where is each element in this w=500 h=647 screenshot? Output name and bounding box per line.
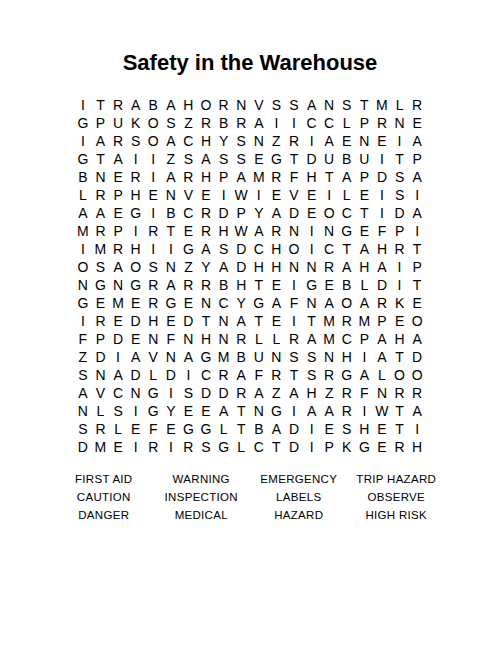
grid-cell-r18c18: W [373,402,391,420]
grid-cell-r14c9: N [215,330,233,348]
grid-cell-r3c18: E [373,132,391,150]
grid-cell-r11c19: I [391,276,409,294]
grid-cell-r4c11: E [250,150,268,168]
grid-cell-r1c14: A [303,96,321,114]
grid-cell-r14c17: P [356,330,374,348]
grid-cell-r5c20: A [408,168,426,186]
grid-cell-r17c9: D [215,384,233,402]
grid-cell-r12c10: Y [232,294,250,312]
grid-cell-r5c11: M [250,168,268,186]
grid-cell-r7c18: I [373,204,391,222]
grid-cell-r20c7: R [180,438,198,456]
grid-cell-r1c8: O [197,96,215,114]
grid-cell-r8c6: T [162,222,180,240]
grid-cell-r20c3: E [109,438,127,456]
grid-cell-r10c4: O [127,258,145,276]
grid-cell-r14c12: L [268,330,286,348]
grid-cell-r20c20: H [408,438,426,456]
grid-cell-r19c3: L [109,420,127,438]
grid-cell-r10c6: N [162,258,180,276]
grid-cell-r4c17: U [356,150,374,168]
grid-cell-r20c1: D [74,438,92,456]
grid-cell-r6c15: I [320,186,338,204]
grid-cell-r18c16: R [338,402,356,420]
grid-cell-r7c7: C [180,204,198,222]
grid-cell-r3c2: A [92,132,110,150]
word-list-item-danger: DANGER [55,506,153,524]
grid-cell-r13c15: M [320,312,338,330]
grid-cell-r15c19: T [391,348,409,366]
grid-cell-r5c13: F [285,168,303,186]
grid-cell-r20c4: I [127,438,145,456]
grid-cell-r16c3: A [109,366,127,384]
grid-cell-r2c13: I [285,114,303,132]
grid-cell-r18c19: T [391,402,409,420]
grid-cell-r2c7: Z [180,114,198,132]
grid-cell-r13c5: H [144,312,162,330]
grid-cell-r8c7: E [180,222,198,240]
grid-cell-r17c3: C [109,384,127,402]
grid-cell-r15c3: I [109,348,127,366]
grid-cell-r3c17: N [356,132,374,150]
word-list-item-hazard: HAZARD [250,506,348,524]
grid-cell-r17c16: R [338,384,356,402]
grid-cell-r16c20: O [408,366,426,384]
grid-cell-r1c15: N [320,96,338,114]
grid-cell-r10c15: R [320,258,338,276]
grid-cell-r19c15: E [320,420,338,438]
grid-cell-r15c5: V [144,348,162,366]
grid-cell-r17c19: R [391,384,409,402]
grid-cell-r11c6: A [162,276,180,294]
grid-cell-r13c2: R [92,312,110,330]
grid-cell-r1c1: I [74,96,92,114]
grid-cell-r1c19: L [391,96,409,114]
grid-cell-r13c10: A [232,312,250,330]
grid-cell-r18c12: G [268,402,286,420]
grid-cell-r16c5: L [144,366,162,384]
grid-cell-r19c11: B [250,420,268,438]
grid-cell-r1c16: S [338,96,356,114]
grid-cell-r8c8: R [197,222,215,240]
grid-cell-r12c5: R [144,294,162,312]
grid-cell-r13c6: E [162,312,180,330]
grid-cell-r18c7: E [180,402,198,420]
grid-cell-r12c6: G [162,294,180,312]
grid-cell-r9c1: I [74,240,92,258]
grid-cell-r14c4: E [127,330,145,348]
grid-cell-r11c12: E [268,276,286,294]
grid-cell-r5c16: A [338,168,356,186]
grid-cell-r19c17: H [356,420,374,438]
grid-cell-r11c8: R [197,276,215,294]
grid-cell-r19c1: S [74,420,92,438]
grid-cell-r16c14: S [303,366,321,384]
grid-cell-r7c1: A [74,204,92,222]
grid-cell-r11c10: H [232,276,250,294]
grid-cell-r11c14: G [303,276,321,294]
grid-cell-r15c16: H [338,348,356,366]
grid-cell-r7c19: D [391,204,409,222]
grid-cell-r7c4: G [127,204,145,222]
grid-cell-r12c9: C [215,294,233,312]
grid-cell-r3c3: R [109,132,127,150]
grid-cell-r10c13: N [285,258,303,276]
grid-cell-r18c15: A [320,402,338,420]
grid-cell-r10c10: D [232,258,250,276]
grid-cell-r16c8: C [197,366,215,384]
grid-cell-r5c7: R [180,168,198,186]
grid-cell-r3c14: I [303,132,321,150]
word-list: FIRST AIDWARNINGEMERGENCYTRIP HAZARDCAUT… [55,470,445,524]
grid-cell-r4c2: T [92,150,110,168]
grid-cell-r4c8: A [197,150,215,168]
grid-cell-r14c3: D [109,330,127,348]
grid-cell-r14c6: F [162,330,180,348]
grid-cell-r18c8: E [197,402,215,420]
grid-cell-r12c16: O [338,294,356,312]
grid-cell-r8c12: R [268,222,286,240]
grid-cell-r7c9: D [215,204,233,222]
grid-cell-r20c8: S [197,438,215,456]
grid-cell-r14c14: A [303,330,321,348]
grid-cell-r14c16: C [338,330,356,348]
grid-cell-r2c16: L [338,114,356,132]
grid-cell-r11c16: B [338,276,356,294]
grid-cell-r2c20: E [408,114,426,132]
grid-cell-r1c5: B [144,96,162,114]
grid-cell-r14c2: P [92,330,110,348]
grid-cell-r16c15: R [320,366,338,384]
grid-cell-r2c5: O [144,114,162,132]
grid-cell-r14c13: R [285,330,303,348]
word-list-item-observe: OBSERVE [348,488,446,506]
grid-cell-r19c13: D [285,420,303,438]
grid-cell-r15c13: S [285,348,303,366]
grid-cell-r8c3: P [109,222,127,240]
grid-cell-r12c19: K [391,294,409,312]
word-list-item-caution: CAUTION [55,488,153,506]
grid-cell-r11c2: G [92,276,110,294]
grid-cell-r11c15: E [320,276,338,294]
grid-cell-r1c17: T [356,96,374,114]
grid-cell-r9c11: C [250,240,268,258]
grid-cell-r11c1: N [74,276,92,294]
grid-cell-r18c1: N [74,402,92,420]
grid-cell-r12c12: A [268,294,286,312]
grid-cell-r9c7: G [180,240,198,258]
grid-cell-r19c16: S [338,420,356,438]
grid-cell-r8c17: E [356,222,374,240]
grid-cell-r14c10: R [232,330,250,348]
grid-cell-r2c17: P [356,114,374,132]
grid-cell-r8c5: R [144,222,162,240]
grid-cell-r13c11: T [250,312,268,330]
grid-cell-r2c8: R [197,114,215,132]
grid-cell-r13c13: I [285,312,303,330]
grid-cell-r20c13: D [285,438,303,456]
grid-cell-r8c9: H [215,222,233,240]
grid-cell-r13c17: M [356,312,374,330]
grid-cell-r5c5: I [144,168,162,186]
grid-cell-r19c9: L [215,420,233,438]
grid-cell-r15c7: A [180,348,198,366]
grid-cell-r6c20: I [408,186,426,204]
grid-cell-r3c9: Y [215,132,233,150]
grid-cell-r17c5: G [144,384,162,402]
grid-cell-r10c8: Y [197,258,215,276]
grid-cell-r19c2: R [92,420,110,438]
grid-cell-r10c18: A [373,258,391,276]
grid-cell-r20c15: P [320,438,338,456]
grid-cell-r5c1: B [74,168,92,186]
grid-cell-r6c18: I [373,186,391,204]
word-list-item-warning: WARNING [153,470,251,488]
grid-cell-r15c20: D [408,348,426,366]
word-list-item-trip-hazard: TRIP HAZARD [348,470,446,488]
grid-cell-r5c19: S [391,168,409,186]
grid-cell-r3c6: A [162,132,180,150]
grid-cell-r17c14: H [303,384,321,402]
grid-cell-r18c14: A [303,402,321,420]
grid-cell-r11c13: I [285,276,303,294]
grid-cell-r6c14: E [303,186,321,204]
grid-cell-r11c20: T [408,276,426,294]
grid-cell-r13c4: D [127,312,145,330]
grid-cell-r19c19: T [391,420,409,438]
grid-cell-r20c2: M [92,438,110,456]
grid-cell-r15c4: A [127,348,145,366]
grid-cell-r14c5: N [144,330,162,348]
grid-cell-r18c13: I [285,402,303,420]
grid-cell-r5c2: N [92,168,110,186]
grid-cell-r19c8: G [197,420,215,438]
grid-cell-r13c9: N [215,312,233,330]
grid-cell-r9c20: T [408,240,426,258]
grid-cell-r3c8: H [197,132,215,150]
grid-cell-r11c9: B [215,276,233,294]
grid-cell-r3c5: O [144,132,162,150]
grid-cell-r17c11: A [250,384,268,402]
grid-cell-r7c13: D [285,204,303,222]
word-list-item-emergency: EMERGENCY [250,470,348,488]
grid-cell-r17c13: A [285,384,303,402]
grid-cell-r10c1: O [74,258,92,276]
grid-cell-r1c12: S [268,96,286,114]
grid-cell-r15c1: Z [74,348,92,366]
grid-cell-r11c5: R [144,276,162,294]
grid-cell-r6c8: E [197,186,215,204]
grid-cell-r6c1: L [74,186,92,204]
word-list-item-first-aid: FIRST AID [55,470,153,488]
grid-cell-r20c14: I [303,438,321,456]
grid-cell-r20c9: G [215,438,233,456]
grid-cell-r8c16: G [338,222,356,240]
grid-cell-r11c7: R [180,276,198,294]
grid-cell-r20c12: T [268,438,286,456]
grid-cell-r5c17: P [356,168,374,186]
grid-cell-r4c16: B [338,150,356,168]
grid-cell-r16c1: S [74,366,92,384]
grid-cell-r16c9: R [215,366,233,384]
grid-cell-r6c10: W [232,186,250,204]
grid-cell-r20c18: E [373,438,391,456]
grid-cell-r6c12: E [268,186,286,204]
grid-cell-r15c12: N [268,348,286,366]
grid-cell-r4c9: S [215,150,233,168]
grid-cell-r16c2: N [92,366,110,384]
grid-cell-r18c5: G [144,402,162,420]
grid-cell-r18c17: I [356,402,374,420]
grid-cell-r20c16: K [338,438,356,456]
grid-cell-r7c17: T [356,204,374,222]
grid-cell-r5c3: E [109,168,127,186]
grid-cell-r2c10: R [232,114,250,132]
grid-cell-r16c17: A [356,366,374,384]
grid-cell-r2c14: C [303,114,321,132]
grid-cell-r17c1: A [74,384,92,402]
grid-cell-r14c1: F [74,330,92,348]
grid-cell-r8c18: F [373,222,391,240]
grid-cell-r8c11: A [250,222,268,240]
grid-cell-r5c9: P [215,168,233,186]
grid-cell-r14c8: H [197,330,215,348]
grid-cell-r17c12: Z [268,384,286,402]
grid-cell-r17c17: F [356,384,374,402]
grid-cell-r1c3: R [109,96,127,114]
grid-cell-r6c7: V [180,186,198,204]
grid-cell-r8c10: W [232,222,250,240]
grid-cell-r8c15: N [320,222,338,240]
grid-cell-r1c6: A [162,96,180,114]
grid-cell-r10c2: S [92,258,110,276]
grid-cell-r7c3: E [109,204,127,222]
grid-cell-r6c5: E [144,186,162,204]
grid-cell-r19c6: E [162,420,180,438]
grid-cell-r15c18: A [373,348,391,366]
grid-cell-r5c14: H [303,168,321,186]
grid-cell-r16c18: L [373,366,391,384]
grid-cell-r16c10: A [232,366,250,384]
grid-cell-r7c12: A [268,204,286,222]
grid-cell-r6c3: P [109,186,127,204]
grid-cell-r10c5: S [144,258,162,276]
grid-cell-r8c1: M [74,222,92,240]
grid-cell-r16c19: O [391,366,409,384]
grid-cell-r15c15: N [320,348,338,366]
grid-cell-r5c18: D [373,168,391,186]
grid-cell-r19c5: F [144,420,162,438]
grid-cell-r13c18: P [373,312,391,330]
grid-cell-r13c8: T [197,312,215,330]
grid-cell-r14c15: M [320,330,338,348]
grid-cell-r5c4: R [127,168,145,186]
grid-cell-r4c4: I [127,150,145,168]
word-search-grid: ITRABAHORNVSSANSTMLRGPUKOSZRBRAIICCLPRNE… [74,96,426,456]
grid-cell-r1c13: S [285,96,303,114]
grid-cell-r2c2: P [92,114,110,132]
grid-cell-r3c20: A [408,132,426,150]
grid-cell-r5c12: R [268,168,286,186]
grid-cell-r12c3: M [109,294,127,312]
grid-cell-r10c11: H [250,258,268,276]
grid-cell-r1c4: A [127,96,145,114]
grid-cell-r9c4: H [127,240,145,258]
grid-cell-r3c15: A [320,132,338,150]
word-list-item-labels: LABELS [250,488,348,506]
grid-cell-r6c11: I [250,186,268,204]
grid-cell-r13c14: T [303,312,321,330]
grid-cell-r20c10: L [232,438,250,456]
grid-cell-r15c2: D [92,348,110,366]
grid-cell-r6c17: E [356,186,374,204]
grid-cell-r2c3: U [109,114,127,132]
grid-cell-r9c16: T [338,240,356,258]
grid-cell-r17c6: I [162,384,180,402]
grid-cell-r3c11: N [250,132,268,150]
grid-cell-r16c6: D [162,366,180,384]
grid-cell-r4c13: T [285,150,303,168]
grid-cell-r8c19: P [391,222,409,240]
grid-cell-r3c12: Z [268,132,286,150]
grid-cell-r13c19: E [391,312,409,330]
grid-cell-r9c13: O [285,240,303,258]
grid-cell-r18c9: A [215,402,233,420]
grid-cell-r10c20: P [408,258,426,276]
grid-cell-r20c11: C [250,438,268,456]
grid-cell-r6c13: V [285,186,303,204]
grid-cell-r15c9: M [215,348,233,366]
grid-cell-r5c8: H [197,168,215,186]
grid-cell-r17c18: N [373,384,391,402]
word-list-item-medical: MEDICAL [153,506,251,524]
grid-cell-r3c7: C [180,132,198,150]
grid-cell-r16c16: G [338,366,356,384]
grid-cell-r12c11: G [250,294,268,312]
grid-cell-r18c6: Y [162,402,180,420]
grid-cell-r19c7: G [180,420,198,438]
grid-cell-r17c8: D [197,384,215,402]
grid-cell-r18c20: A [408,402,426,420]
grid-cell-r16c11: F [250,366,268,384]
grid-cell-r9c10: D [232,240,250,258]
grid-cell-r10c3: A [109,258,127,276]
grid-cell-r2c15: C [320,114,338,132]
grid-cell-r9c14: I [303,240,321,258]
grid-cell-r16c4: D [127,366,145,384]
grid-cell-r12c17: A [356,294,374,312]
grid-cell-r2c11: A [250,114,268,132]
grid-cell-r9c3: R [109,240,127,258]
grid-cell-r11c4: G [127,276,145,294]
grid-cell-r5c15: T [320,168,338,186]
grid-cell-r10c19: I [391,258,409,276]
grid-cell-r17c20: R [408,384,426,402]
grid-cell-r6c19: S [391,186,409,204]
grid-cell-r17c4: N [127,384,145,402]
grid-cell-r1c10: N [232,96,250,114]
grid-cell-r17c7: S [180,384,198,402]
grid-cell-r9c5: I [144,240,162,258]
grid-cell-r14c19: H [391,330,409,348]
worksheet-page: Safety in the Warehouse ITRABAHORNVSSANS… [0,0,500,647]
grid-cell-r14c20: A [408,330,426,348]
grid-cell-r15c10: B [232,348,250,366]
grid-cell-r12c1: G [74,294,92,312]
grid-cell-r14c7: N [180,330,198,348]
grid-cell-r5c10: A [232,168,250,186]
grid-cell-r16c12: R [268,366,286,384]
